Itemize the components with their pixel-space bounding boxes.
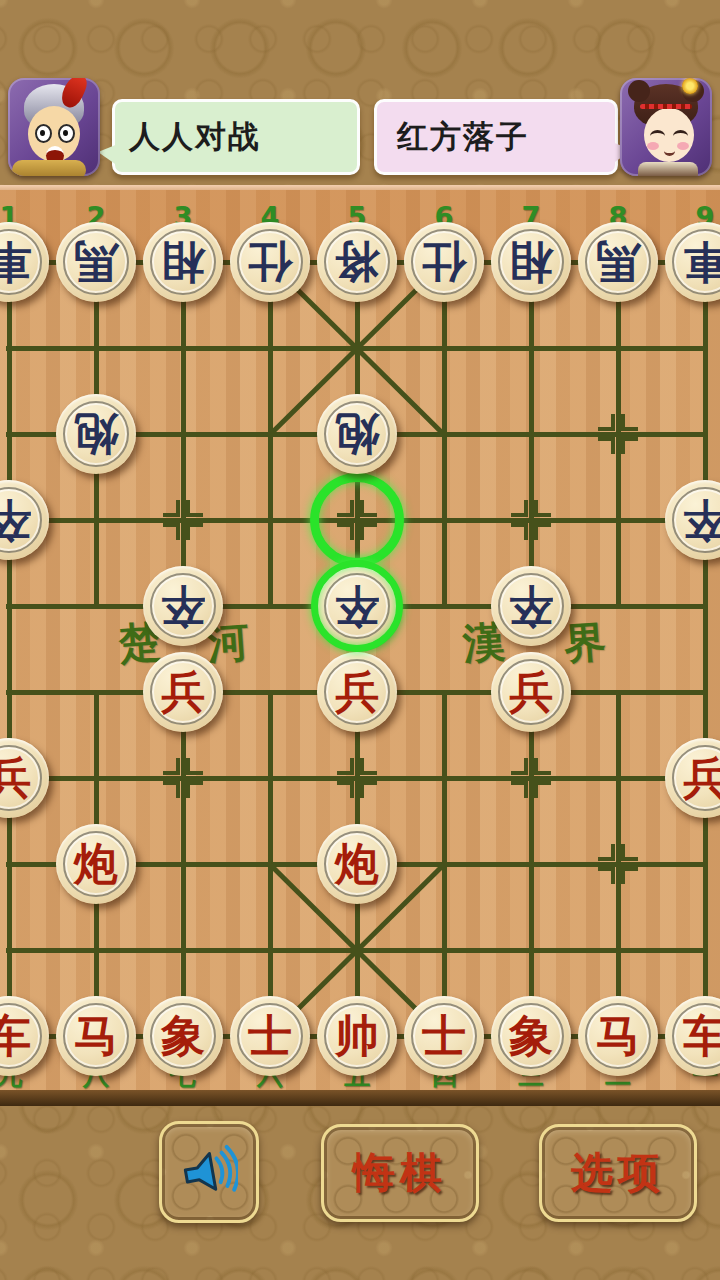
piece-character: 兵 (491, 652, 571, 732)
options-label: 选项 (571, 1145, 665, 1201)
piece[interactable]: 卒 (143, 566, 223, 646)
piece[interactable]: 兵 (0, 738, 49, 818)
piece-character: 炮 (56, 394, 136, 474)
piece-character: 马 (56, 996, 136, 1076)
piece[interactable]: 炮 (56, 394, 136, 474)
turn-label: 红方落子 (397, 116, 529, 158)
piece[interactable]: 馬 (56, 222, 136, 302)
piece-character: 帅 (317, 996, 397, 1076)
turn-bubble: 红方落子 (374, 99, 618, 175)
piece[interactable]: 将 (317, 222, 397, 302)
options-button[interactable]: 选项 (539, 1124, 697, 1222)
piece-character: 卒 (491, 566, 571, 646)
piece[interactable]: 車 (0, 222, 49, 302)
piece[interactable]: 炮 (56, 824, 136, 904)
piece[interactable]: 士 (230, 996, 310, 1076)
piece-character: 仕 (404, 222, 484, 302)
piece[interactable]: 相 (143, 222, 223, 302)
speaker-icon (180, 1143, 238, 1201)
piece-character: 車 (665, 222, 720, 302)
piece[interactable]: 兵 (143, 652, 223, 732)
grid-line (529, 690, 534, 1038)
point-marker (596, 412, 640, 456)
piece-character: 象 (491, 996, 571, 1076)
piece[interactable]: 象 (491, 996, 571, 1076)
piece-character: 仕 (230, 222, 310, 302)
piece[interactable]: 马 (578, 996, 658, 1076)
right-player-avatar (620, 78, 712, 176)
grid-line (703, 260, 708, 1039)
last-move-from-highlight (310, 473, 404, 567)
piece[interactable]: 相 (491, 222, 571, 302)
point-marker (335, 756, 379, 800)
piece[interactable]: 象 (143, 996, 223, 1076)
piece[interactable]: 仕 (230, 222, 310, 302)
piece[interactable]: 帅 (317, 996, 397, 1076)
general-avatar-icon (8, 78, 100, 176)
piece-character: 卒 (665, 480, 720, 560)
piece-character: 士 (404, 996, 484, 1076)
piece-character: 象 (143, 996, 223, 1076)
left-player-avatar (8, 78, 100, 176)
piece-character: 炮 (317, 824, 397, 904)
piece-character: 馬 (578, 222, 658, 302)
flower-icon (682, 78, 698, 94)
point-marker (161, 498, 205, 542)
piece-character: 相 (143, 222, 223, 302)
piece[interactable]: 车 (665, 996, 720, 1076)
piece-character: 車 (0, 222, 49, 302)
grid-line (529, 260, 534, 608)
point-marker (509, 756, 553, 800)
sound-button[interactable] (159, 1121, 259, 1223)
piece-character: 卒 (0, 480, 49, 560)
piece[interactable]: 士 (404, 996, 484, 1076)
piece[interactable]: 炮 (317, 394, 397, 474)
piece-character: 馬 (56, 222, 136, 302)
piece-character: 兵 (143, 652, 223, 732)
piece-character: 车 (0, 996, 49, 1076)
piece-character: 兵 (0, 738, 49, 818)
point-marker (161, 756, 205, 800)
piece-character: 兵 (317, 652, 397, 732)
piece[interactable]: 车 (0, 996, 49, 1076)
point-marker (509, 498, 553, 542)
grid-line (181, 690, 186, 1038)
piece[interactable]: 車 (665, 222, 720, 302)
mode-label: 人人对战 (129, 116, 261, 158)
app-screen: 人人对战 红方落子 123456789九八七六五四三二一楚河漢界車馬相仕将仕相馬… (0, 0, 720, 1280)
piece-character: 相 (491, 222, 571, 302)
grid-line (7, 260, 12, 1039)
undo-button[interactable]: 悔棋 (321, 1124, 479, 1222)
piece-character: 车 (665, 996, 720, 1076)
piece[interactable]: 马 (56, 996, 136, 1076)
undo-label: 悔棋 (353, 1145, 447, 1201)
piece[interactable]: 卒 (665, 480, 720, 560)
piece[interactable]: 兵 (665, 738, 720, 818)
piece-character: 兵 (665, 738, 720, 818)
last-move-to-highlight (311, 560, 403, 652)
piece[interactable]: 卒 (491, 566, 571, 646)
grid-line (181, 260, 186, 608)
lady-avatar-icon (620, 78, 712, 176)
piece-character: 炮 (317, 394, 397, 474)
board-grid: 123456789九八七六五四三二一楚河漢界車馬相仕将仕相馬車炮炮卒卒卒卒卒兵兵… (0, 0, 720, 1280)
piece[interactable]: 炮 (317, 824, 397, 904)
piece-character: 士 (230, 996, 310, 1076)
piece[interactable]: 兵 (491, 652, 571, 732)
piece-character: 马 (578, 996, 658, 1076)
piece[interactable]: 馬 (578, 222, 658, 302)
piece[interactable]: 仕 (404, 222, 484, 302)
point-marker (596, 842, 640, 886)
mode-bubble: 人人对战 (112, 99, 360, 175)
piece[interactable]: 兵 (317, 652, 397, 732)
piece[interactable]: 卒 (0, 480, 49, 560)
piece-character: 将 (317, 222, 397, 302)
piece-character: 炮 (56, 824, 136, 904)
piece-character: 卒 (143, 566, 223, 646)
